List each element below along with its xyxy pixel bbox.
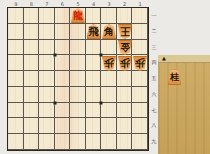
rank-label-五: 五 [150, 71, 158, 87]
cell-8-九[interactable] [24, 134, 40, 150]
file-label-9: 9 [8, 1, 24, 7]
cell-6-五[interactable] [55, 71, 71, 87]
cell-3-五[interactable] [101, 71, 117, 87]
cell-5-七[interactable] [70, 103, 86, 119]
cell-8-一[interactable] [24, 8, 40, 24]
cell-6-七[interactable] [55, 103, 71, 119]
cell-8-三[interactable] [24, 40, 40, 56]
cell-3-三[interactable] [101, 40, 117, 56]
cell-8-七[interactable] [24, 103, 40, 119]
cell-1-五[interactable] [132, 71, 148, 87]
rank-label-三: 三 [150, 40, 158, 56]
cell-4-九[interactable] [86, 134, 102, 150]
cell-7-一[interactable] [39, 8, 55, 24]
cell-3-八[interactable] [101, 118, 117, 134]
komadai-lip: ▲ [158, 55, 210, 63]
cell-8-二[interactable] [24, 24, 40, 40]
cell-3-六[interactable] [101, 87, 117, 103]
star-point [53, 54, 56, 57]
cell-2-八[interactable] [117, 118, 133, 134]
cell-2-六[interactable] [117, 87, 133, 103]
rank-label-二: 二 [150, 24, 158, 40]
rank-label-八: 八 [150, 118, 158, 134]
cell-2-七[interactable] [117, 103, 133, 119]
cell-8-八[interactable] [24, 118, 40, 134]
sente-komadai: ▲ 桂 [158, 55, 210, 154]
cell-7-九[interactable] [39, 134, 55, 150]
file-label-1: 1 [132, 1, 148, 7]
cell-9-八[interactable] [8, 118, 24, 134]
cell-6-三[interactable] [55, 40, 71, 56]
cell-8-五[interactable] [24, 71, 40, 87]
cell-9-二[interactable] [8, 24, 24, 40]
hand-piece-桂[interactable]: 桂 [168, 69, 181, 85]
star-point [53, 101, 56, 104]
cell-1-三[interactable] [132, 40, 148, 56]
cell-4-一[interactable] [86, 8, 102, 24]
file-label-3: 3 [101, 1, 117, 7]
cell-7-八[interactable] [39, 118, 55, 134]
cell-4-八[interactable] [86, 118, 102, 134]
cell-2-五[interactable] [117, 71, 133, 87]
file-label-8: 8 [24, 1, 40, 7]
cell-4-五[interactable] [86, 71, 102, 87]
cell-7-四[interactable] [39, 55, 55, 71]
cell-5-六[interactable] [70, 87, 86, 103]
cell-1-九[interactable] [132, 134, 148, 150]
cell-8-六[interactable] [24, 87, 40, 103]
cell-9-一[interactable] [8, 8, 24, 24]
cell-2-九[interactable] [117, 134, 133, 150]
rank-label-六: 六 [150, 87, 158, 103]
cell-3-一[interactable] [101, 8, 117, 24]
file-label-7: 7 [39, 1, 55, 7]
file-label-5: 5 [70, 1, 86, 7]
cell-7-二[interactable] [39, 24, 55, 40]
cell-1-八[interactable] [132, 118, 148, 134]
shogi-app: 龍飛角王金歩歩歩 987654321 一二三四五六七八九 ▲ 桂 [0, 0, 210, 154]
cell-5-九[interactable] [70, 134, 86, 150]
cell-4-七[interactable] [86, 103, 102, 119]
cell-5-五[interactable] [70, 71, 86, 87]
file-label-6: 6 [55, 1, 71, 7]
cell-6-八[interactable] [55, 118, 71, 134]
cell-6-六[interactable] [55, 87, 71, 103]
rank-label-九: 九 [150, 134, 158, 150]
cell-5-二[interactable] [70, 24, 86, 40]
sente-marker-icon: ▲ [162, 56, 166, 61]
file-label-2: 2 [117, 1, 133, 7]
cell-5-三[interactable] [70, 40, 86, 56]
cell-3-九[interactable] [101, 134, 117, 150]
cell-1-二[interactable] [132, 24, 148, 40]
rank-label-七: 七 [150, 103, 158, 119]
cell-9-五[interactable] [8, 71, 24, 87]
cell-8-四[interactable] [24, 55, 40, 71]
cell-6-九[interactable] [55, 134, 71, 150]
star-point [100, 101, 103, 104]
file-label-4: 4 [86, 1, 102, 7]
cell-7-五[interactable] [39, 71, 55, 87]
rank-label-四: 四 [150, 55, 158, 71]
cell-7-七[interactable] [39, 103, 55, 119]
cell-2-一[interactable] [117, 8, 133, 24]
cell-9-三[interactable] [8, 40, 24, 56]
cell-6-四[interactable] [55, 55, 71, 71]
cell-9-六[interactable] [8, 87, 24, 103]
cell-1-七[interactable] [132, 103, 148, 119]
shogi-board: 龍飛角王金歩歩歩 [7, 7, 149, 151]
cell-1-六[interactable] [132, 87, 148, 103]
cell-9-七[interactable] [8, 103, 24, 119]
cell-4-四[interactable] [86, 55, 102, 71]
cell-9-四[interactable] [8, 55, 24, 71]
rank-label-一: 一 [150, 8, 158, 24]
cell-1-一[interactable] [132, 8, 148, 24]
cell-6-一[interactable] [55, 8, 71, 24]
cell-5-八[interactable] [70, 118, 86, 134]
cell-3-七[interactable] [101, 103, 117, 119]
cell-6-二[interactable] [55, 24, 71, 40]
cell-9-九[interactable] [8, 134, 24, 150]
cell-5-四[interactable] [70, 55, 86, 71]
